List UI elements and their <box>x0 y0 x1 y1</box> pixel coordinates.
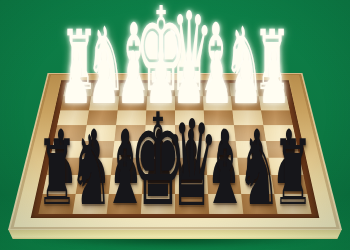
chess-photo-scene: ♜♞♝♛♚♝♞♜♟♟♟♟♟♟♟♟♟♟♟♟♟♟♟♟♜♞♝♛♚♝♞♜ <box>0 0 350 250</box>
piece-white-pawn-h2[interactable]: ♟ <box>60 42 92 114</box>
piece-white-pawn-g2[interactable]: ♟ <box>88 42 120 114</box>
piece-white-pawn-a2[interactable]: ♟ <box>258 42 290 114</box>
piece-black-rook-h8[interactable]: ♜ <box>37 128 77 218</box>
pieces-layer: ♜♞♝♛♚♝♞♜♟♟♟♟♟♟♟♟♟♟♟♟♟♟♟♟♜♞♝♛♚♝♞♜ <box>0 0 350 250</box>
piece-white-pawn-b2[interactable]: ♟ <box>229 42 261 114</box>
